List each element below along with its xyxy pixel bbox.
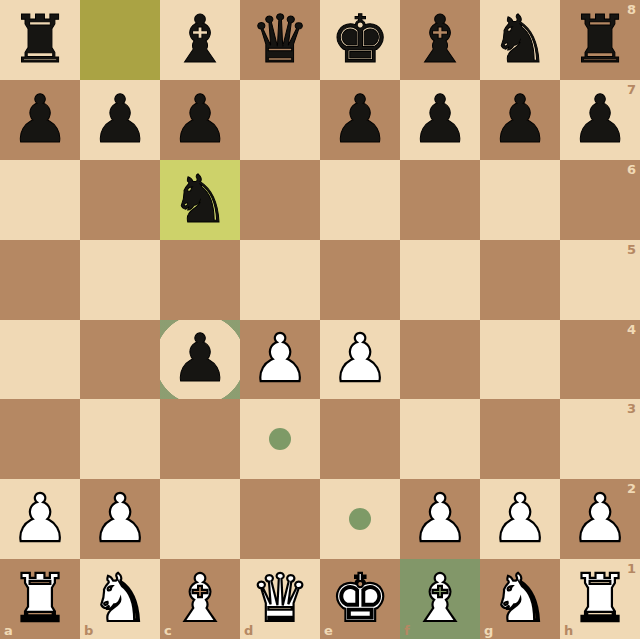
white-queen[interactable]: ♛ (240, 559, 320, 639)
black-bishop[interactable]: ♝ (400, 0, 480, 80)
square-a6[interactable] (0, 160, 80, 240)
square-e5[interactable] (320, 240, 400, 320)
square-f8[interactable]: ♝ (400, 0, 480, 80)
black-pawn[interactable]: ♟ (560, 80, 640, 160)
coordinate-rank-4: 4 (627, 323, 636, 336)
square-d6[interactable] (240, 160, 320, 240)
square-b5[interactable] (80, 240, 160, 320)
square-d5[interactable] (240, 240, 320, 320)
square-f5[interactable] (400, 240, 480, 320)
square-a2[interactable]: ♟ (0, 479, 80, 559)
square-d2[interactable] (240, 479, 320, 559)
square-g1[interactable]: ♞g (480, 559, 560, 639)
square-h6[interactable]: 6 (560, 160, 640, 240)
square-c2[interactable] (160, 479, 240, 559)
black-pawn[interactable]: ♟ (480, 80, 560, 160)
black-queen[interactable]: ♛ (240, 0, 320, 80)
square-b1[interactable]: ♞b (80, 559, 160, 639)
square-e2[interactable] (320, 479, 400, 559)
square-a1[interactable]: ♜a (0, 559, 80, 639)
black-rook[interactable]: ♜ (560, 0, 640, 80)
white-pawn[interactable]: ♟ (240, 320, 320, 400)
chess-board: ♜♝♛♚♝♞♜8♟♟♟♟♟♟♟7♞65♟♟♟43♟♟♟♟♟2♜a♞b♝c♛d♚e… (0, 0, 640, 639)
black-knight[interactable]: ♞ (160, 160, 240, 240)
white-pawn[interactable]: ♟ (480, 479, 560, 559)
white-pawn[interactable]: ♟ (400, 479, 480, 559)
square-c1[interactable]: ♝c (160, 559, 240, 639)
square-h1[interactable]: ♜h1 (560, 559, 640, 639)
square-g6[interactable] (480, 160, 560, 240)
square-g5[interactable] (480, 240, 560, 320)
square-h3[interactable]: 3 (560, 399, 640, 479)
square-c6[interactable]: ♞ (160, 160, 240, 240)
square-h8[interactable]: ♜8 (560, 0, 640, 80)
white-knight[interactable]: ♞ (80, 559, 160, 639)
square-c8[interactable]: ♝ (160, 0, 240, 80)
white-pawn[interactable]: ♟ (0, 479, 80, 559)
square-h2[interactable]: ♟2 (560, 479, 640, 559)
square-d1[interactable]: ♛d (240, 559, 320, 639)
white-pawn[interactable]: ♟ (320, 320, 400, 400)
white-rook[interactable]: ♜ (560, 559, 640, 639)
coordinate-rank-5: 5 (627, 243, 636, 256)
black-king[interactable]: ♚ (320, 0, 400, 80)
black-bishop[interactable]: ♝ (160, 0, 240, 80)
square-h7[interactable]: ♟7 (560, 80, 640, 160)
white-bishop[interactable]: ♝ (160, 559, 240, 639)
square-f3[interactable] (400, 399, 480, 479)
square-g4[interactable] (480, 320, 560, 400)
square-e1[interactable]: ♚e (320, 559, 400, 639)
square-f6[interactable] (400, 160, 480, 240)
black-rook[interactable]: ♜ (0, 0, 80, 80)
square-e6[interactable] (320, 160, 400, 240)
square-a8[interactable]: ♜ (0, 0, 80, 80)
square-g2[interactable]: ♟ (480, 479, 560, 559)
white-pawn[interactable]: ♟ (80, 479, 160, 559)
square-a5[interactable] (0, 240, 80, 320)
square-c3[interactable] (160, 399, 240, 479)
square-a3[interactable] (0, 399, 80, 479)
white-bishop[interactable]: ♝ (400, 559, 480, 639)
square-e3[interactable] (320, 399, 400, 479)
square-b8[interactable] (80, 0, 160, 80)
square-c5[interactable] (160, 240, 240, 320)
coordinate-rank-3: 3 (627, 402, 636, 415)
white-rook[interactable]: ♜ (0, 559, 80, 639)
square-c7[interactable]: ♟ (160, 80, 240, 160)
square-f1[interactable]: ♝f (400, 559, 480, 639)
black-pawn[interactable]: ♟ (160, 320, 240, 400)
square-g8[interactable]: ♞ (480, 0, 560, 80)
square-f2[interactable]: ♟ (400, 479, 480, 559)
square-e7[interactable]: ♟ (320, 80, 400, 160)
square-c4[interactable]: ♟ (160, 320, 240, 400)
black-pawn[interactable]: ♟ (400, 80, 480, 160)
square-d3[interactable] (240, 399, 320, 479)
square-d8[interactable]: ♛ (240, 0, 320, 80)
square-f7[interactable]: ♟ (400, 80, 480, 160)
square-h4[interactable]: 4 (560, 320, 640, 400)
square-b4[interactable] (80, 320, 160, 400)
square-a4[interactable] (0, 320, 80, 400)
white-knight[interactable]: ♞ (480, 559, 560, 639)
square-f4[interactable] (400, 320, 480, 400)
square-d7[interactable] (240, 80, 320, 160)
square-b6[interactable] (80, 160, 160, 240)
black-pawn[interactable]: ♟ (0, 80, 80, 160)
black-knight[interactable]: ♞ (480, 0, 560, 80)
square-g7[interactable]: ♟ (480, 80, 560, 160)
square-b7[interactable]: ♟ (80, 80, 160, 160)
white-king[interactable]: ♚ (320, 559, 400, 639)
square-h5[interactable]: 5 (560, 240, 640, 320)
black-pawn[interactable]: ♟ (80, 80, 160, 160)
square-b3[interactable] (80, 399, 160, 479)
square-d4[interactable]: ♟ (240, 320, 320, 400)
coordinate-rank-6: 6 (627, 163, 636, 176)
square-g3[interactable] (480, 399, 560, 479)
white-pawn[interactable]: ♟ (560, 479, 640, 559)
black-pawn[interactable]: ♟ (320, 80, 400, 160)
square-e4[interactable]: ♟ (320, 320, 400, 400)
square-a7[interactable]: ♟ (0, 80, 80, 160)
square-e8[interactable]: ♚ (320, 0, 400, 80)
black-pawn[interactable]: ♟ (160, 80, 240, 160)
square-b2[interactable]: ♟ (80, 479, 160, 559)
